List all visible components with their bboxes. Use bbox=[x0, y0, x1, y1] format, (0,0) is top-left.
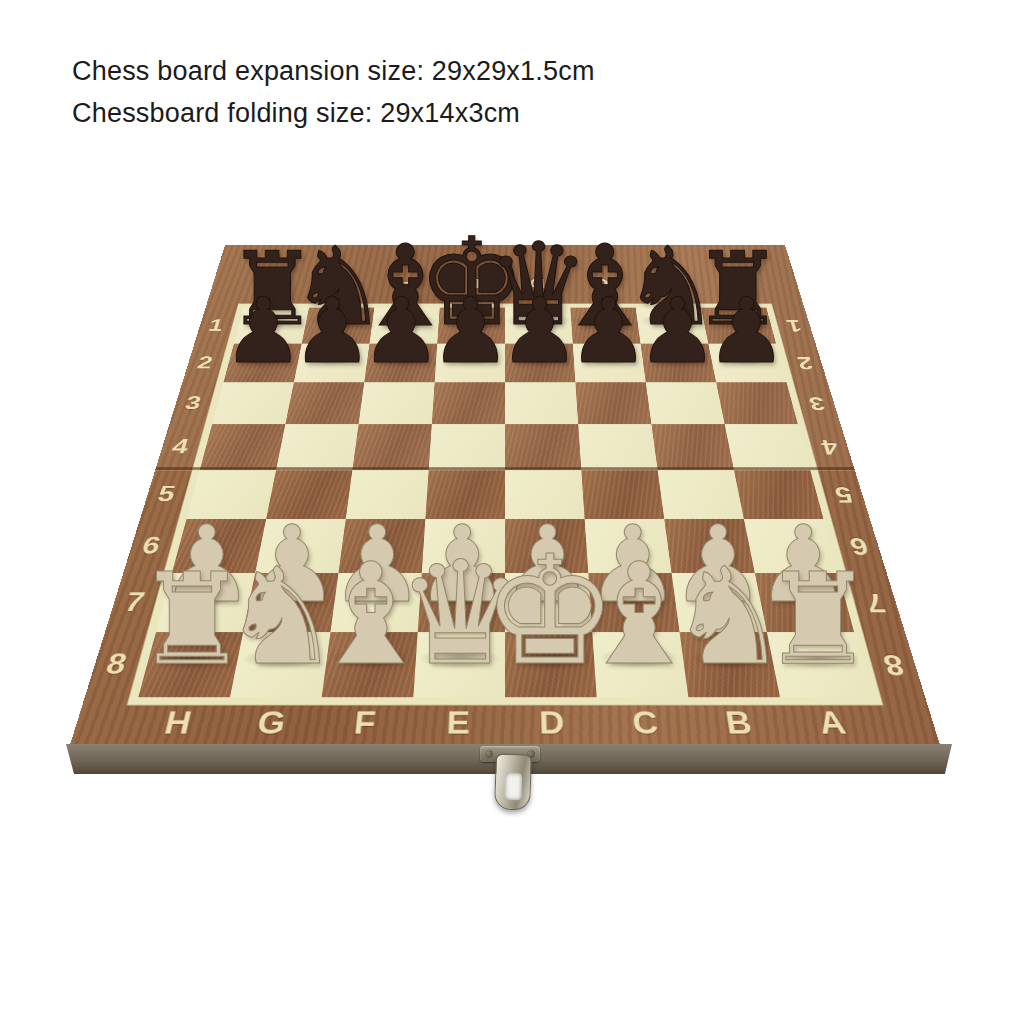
square-g6 bbox=[255, 519, 346, 573]
square-c5 bbox=[581, 470, 664, 519]
square-b1 bbox=[636, 308, 709, 344]
clasp-slot bbox=[504, 773, 522, 801]
square-h2 bbox=[223, 344, 301, 383]
square-f6 bbox=[338, 519, 425, 573]
file-label-h: H bbox=[125, 702, 229, 745]
square-e3 bbox=[432, 382, 505, 424]
product-size-caption: Chess board expansion size: 29x29x1.5cm … bbox=[72, 50, 595, 134]
square-f4 bbox=[352, 424, 431, 469]
square-f7 bbox=[330, 573, 421, 632]
expansion-size-text: Chess board expansion size: 29x29x1.5cm bbox=[72, 50, 595, 92]
square-a5 bbox=[734, 470, 824, 519]
square-d2 bbox=[505, 344, 575, 383]
square-e8 bbox=[413, 632, 505, 697]
file-label-far-f: F bbox=[375, 267, 442, 300]
square-c2 bbox=[573, 344, 646, 383]
square-h6 bbox=[172, 519, 266, 573]
square-h3 bbox=[212, 382, 294, 424]
file-label-far-h: H bbox=[246, 267, 318, 300]
square-d1 bbox=[505, 308, 573, 344]
square-d6 bbox=[505, 519, 588, 573]
square-f8 bbox=[322, 632, 418, 697]
file-label-far-d: D bbox=[505, 267, 570, 300]
square-d3 bbox=[505, 382, 578, 424]
file-label-d: D bbox=[505, 702, 600, 745]
clasp-latch bbox=[494, 753, 532, 810]
file-label-far-b: B bbox=[630, 267, 699, 300]
square-g4 bbox=[276, 424, 358, 469]
square-d7 bbox=[505, 573, 592, 632]
product-photo-page: { "game": "chess", "scene": "Product pho… bbox=[0, 0, 1010, 1010]
square-b4 bbox=[651, 424, 733, 469]
square-h4 bbox=[200, 424, 286, 469]
chess-board: HGFEDCBA 12345678 12345678 HGFEDCBA bbox=[70, 245, 940, 745]
square-e5 bbox=[425, 470, 505, 519]
square-e6 bbox=[422, 519, 505, 573]
file-label-b: B bbox=[689, 702, 790, 745]
square-g2 bbox=[294, 344, 370, 383]
square-e7 bbox=[418, 573, 505, 632]
square-b7 bbox=[672, 573, 767, 632]
square-g7 bbox=[243, 573, 338, 632]
file-label-far-g: G bbox=[311, 267, 380, 300]
file-label-a: A bbox=[781, 702, 885, 745]
clasp-screw-icon bbox=[485, 750, 493, 758]
file-label-far-c: C bbox=[568, 267, 635, 300]
square-e4 bbox=[429, 424, 505, 469]
square-h7 bbox=[156, 573, 255, 632]
square-f1 bbox=[369, 308, 439, 344]
file-label-far-e: E bbox=[440, 267, 505, 300]
square-d5 bbox=[505, 470, 585, 519]
file-label-g: G bbox=[220, 702, 321, 745]
square-c7 bbox=[588, 573, 679, 632]
file-labels-near: HGFEDCBA bbox=[125, 702, 884, 745]
square-g3 bbox=[285, 382, 364, 424]
square-f5 bbox=[346, 470, 429, 519]
square-a3 bbox=[716, 382, 798, 424]
square-a2 bbox=[708, 344, 786, 383]
file-label-far-a: A bbox=[693, 267, 765, 300]
file-label-e: E bbox=[410, 702, 505, 745]
square-a7 bbox=[755, 573, 854, 632]
file-label-f: F bbox=[315, 702, 413, 745]
file-label-c: C bbox=[597, 702, 695, 745]
folding-seam bbox=[155, 467, 855, 470]
folding-size-text: Chessboard folding size: 29x14x3cm bbox=[72, 92, 595, 134]
square-c8 bbox=[592, 632, 688, 697]
square-h5 bbox=[186, 470, 276, 519]
square-d4 bbox=[505, 424, 581, 469]
square-f3 bbox=[359, 382, 435, 424]
square-g8 bbox=[230, 632, 330, 697]
file-labels-far: HGFEDCBA bbox=[246, 267, 765, 300]
square-h1 bbox=[234, 308, 309, 344]
square-a8 bbox=[767, 632, 872, 697]
square-g5 bbox=[266, 470, 352, 519]
square-c1 bbox=[570, 308, 640, 344]
square-a4 bbox=[725, 424, 811, 469]
square-h8 bbox=[138, 632, 243, 697]
square-c4 bbox=[578, 424, 657, 469]
squares-grid bbox=[138, 308, 871, 698]
square-b8 bbox=[680, 632, 780, 697]
square-e1 bbox=[437, 308, 505, 344]
square-c6 bbox=[585, 519, 672, 573]
square-a6 bbox=[744, 519, 838, 573]
square-a1 bbox=[701, 308, 776, 344]
square-b3 bbox=[646, 382, 725, 424]
square-b6 bbox=[664, 519, 755, 573]
square-d8 bbox=[505, 632, 597, 697]
square-c3 bbox=[575, 382, 651, 424]
square-e2 bbox=[435, 344, 505, 383]
square-g1 bbox=[302, 308, 375, 344]
square-b5 bbox=[658, 470, 744, 519]
square-b2 bbox=[641, 344, 717, 383]
square-f2 bbox=[364, 344, 437, 383]
